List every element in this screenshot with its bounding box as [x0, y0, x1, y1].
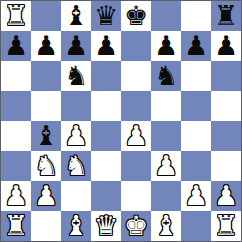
piece-black-bishop: ♝: [34, 122, 58, 149]
square-b8[interactable]: [31, 1, 61, 31]
square-g1[interactable]: [181, 211, 211, 241]
piece-white-bishop: ♝: [154, 212, 178, 239]
piece-white-queen: ♛: [94, 212, 118, 239]
square-b2[interactable]: ♟: [31, 181, 61, 211]
square-d2[interactable]: [91, 181, 121, 211]
piece-black-knight: ♞: [64, 62, 88, 89]
square-c5[interactable]: [61, 91, 91, 121]
square-f5[interactable]: [151, 91, 181, 121]
square-f7[interactable]: ♟: [151, 31, 181, 61]
square-c3[interactable]: ♞: [61, 151, 91, 181]
square-h3[interactable]: [211, 151, 241, 181]
chess-board-wrap: ♜♝♛♚♜♟♟♟♟♟♟♟♞♞♝♟♟♞♞♟♟♟♟♟♜♝♛♚♝♜: [0, 0, 242, 242]
square-d8[interactable]: ♛: [91, 1, 121, 31]
square-d6[interactable]: [91, 61, 121, 91]
square-f3[interactable]: ♟: [151, 151, 181, 181]
square-e8[interactable]: ♚: [121, 1, 151, 31]
square-h2[interactable]: ♟: [211, 181, 241, 211]
square-g2[interactable]: ♟: [181, 181, 211, 211]
square-c7[interactable]: ♟: [61, 31, 91, 61]
piece-white-king: ♚: [124, 212, 148, 239]
square-h4[interactable]: [211, 121, 241, 151]
square-c6[interactable]: ♞: [61, 61, 91, 91]
square-g5[interactable]: [181, 91, 211, 121]
piece-black-pawn: ♟: [184, 32, 208, 59]
square-a1[interactable]: ♜: [1, 211, 31, 241]
piece-white-pawn: ♟: [154, 152, 178, 179]
piece-white-pawn: ♟: [184, 182, 208, 209]
piece-white-pawn: ♟: [4, 182, 28, 209]
square-a2[interactable]: ♟: [1, 181, 31, 211]
square-e2[interactable]: [121, 181, 151, 211]
piece-white-bishop: ♝: [64, 212, 88, 239]
square-a6[interactable]: [1, 61, 31, 91]
piece-black-pawn: ♟: [214, 32, 238, 59]
square-h7[interactable]: ♟: [211, 31, 241, 61]
piece-white-pawn: ♟: [34, 182, 58, 209]
piece-white-rook: ♜: [4, 212, 28, 239]
square-a8[interactable]: ♜: [1, 1, 31, 31]
square-a5[interactable]: [1, 91, 31, 121]
square-f6[interactable]: ♞: [151, 61, 181, 91]
square-a4[interactable]: [1, 121, 31, 151]
square-f4[interactable]: [151, 121, 181, 151]
square-d1[interactable]: ♛: [91, 211, 121, 241]
square-b5[interactable]: [31, 91, 61, 121]
piece-white-rook: ♜: [4, 2, 28, 29]
square-f8[interactable]: [151, 1, 181, 31]
piece-black-pawn: ♟: [154, 32, 178, 59]
piece-black-knight: ♞: [154, 62, 178, 89]
square-c2[interactable]: [61, 181, 91, 211]
square-d3[interactable]: [91, 151, 121, 181]
square-h6[interactable]: [211, 61, 241, 91]
square-d4[interactable]: [91, 121, 121, 151]
square-b6[interactable]: [31, 61, 61, 91]
square-g7[interactable]: ♟: [181, 31, 211, 61]
piece-white-pawn: ♟: [124, 122, 148, 149]
piece-black-king: ♚: [124, 2, 148, 29]
square-h8[interactable]: ♜: [211, 1, 241, 31]
square-h1[interactable]: ♜: [211, 211, 241, 241]
square-c8[interactable]: ♝: [61, 1, 91, 31]
square-g4[interactable]: [181, 121, 211, 151]
piece-white-rook: ♜: [214, 212, 238, 239]
piece-black-queen: ♛: [94, 2, 118, 29]
square-g8[interactable]: [181, 1, 211, 31]
square-d5[interactable]: [91, 91, 121, 121]
piece-black-pawn: ♟: [4, 32, 28, 59]
square-g3[interactable]: [181, 151, 211, 181]
piece-white-pawn: ♟: [214, 182, 238, 209]
square-b7[interactable]: ♟: [31, 31, 61, 61]
piece-black-pawn: ♟: [94, 32, 118, 59]
square-a3[interactable]: [1, 151, 31, 181]
square-f2[interactable]: [151, 181, 181, 211]
chess-board: ♜♝♛♚♜♟♟♟♟♟♟♟♞♞♝♟♟♞♞♟♟♟♟♟♜♝♛♚♝♜: [0, 0, 242, 242]
square-e4[interactable]: ♟: [121, 121, 151, 151]
piece-white-knight: ♞: [64, 152, 88, 179]
piece-white-pawn: ♟: [64, 122, 88, 149]
square-d7[interactable]: ♟: [91, 31, 121, 61]
square-a7[interactable]: ♟: [1, 31, 31, 61]
square-h5[interactable]: [211, 91, 241, 121]
square-e5[interactable]: [121, 91, 151, 121]
piece-black-pawn: ♟: [34, 32, 58, 59]
square-b3[interactable]: ♞: [31, 151, 61, 181]
square-c1[interactable]: ♝: [61, 211, 91, 241]
square-e3[interactable]: [121, 151, 151, 181]
square-b4[interactable]: ♝: [31, 121, 61, 151]
square-f1[interactable]: ♝: [151, 211, 181, 241]
square-e6[interactable]: [121, 61, 151, 91]
piece-black-pawn: ♟: [64, 32, 88, 59]
piece-white-knight: ♞: [34, 152, 58, 179]
piece-black-bishop: ♝: [64, 2, 88, 29]
piece-black-rook: ♜: [214, 2, 238, 29]
square-b1[interactable]: [31, 211, 61, 241]
square-e7[interactable]: [121, 31, 151, 61]
square-g6[interactable]: [181, 61, 211, 91]
square-c4[interactable]: ♟: [61, 121, 91, 151]
square-e1[interactable]: ♚: [121, 211, 151, 241]
